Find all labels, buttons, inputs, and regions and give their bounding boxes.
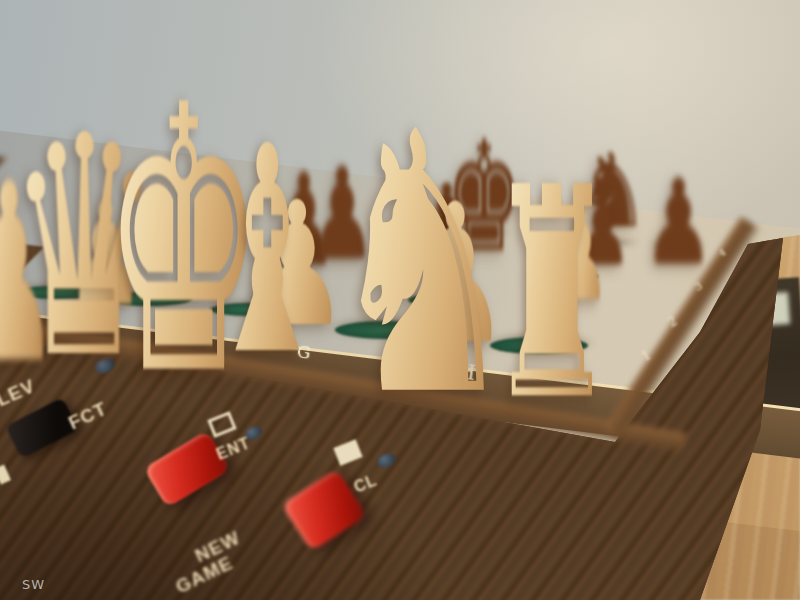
piece-white-bishop[interactable]: ♝ (206, 110, 329, 395)
photographer-watermark: SW (22, 577, 45, 592)
piece-white-knight[interactable]: ♞ (326, 86, 519, 446)
photo-canvas: LEV FCT ENT CL NEW GAME EFGH1234 ♟♟♟♚♞♟♟… (0, 0, 800, 600)
piece-dark-pawn-e[interactable]: ♟ (644, 164, 713, 281)
